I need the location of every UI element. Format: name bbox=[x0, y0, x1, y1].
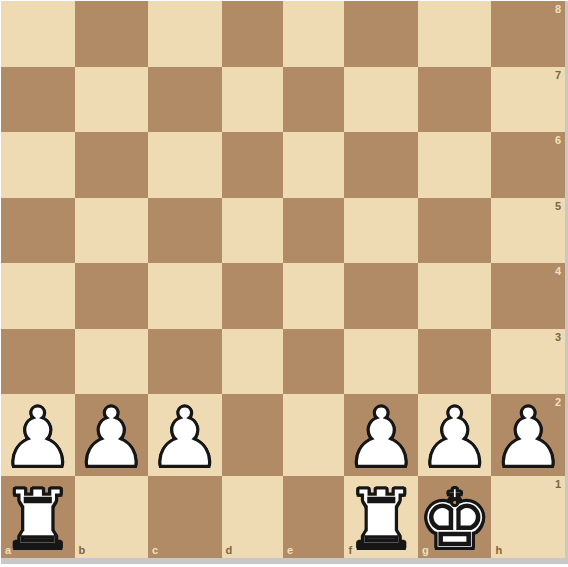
file-label-e: e bbox=[287, 545, 293, 556]
piece-white-king-g1[interactable]: ♚ bbox=[418, 479, 492, 561]
square-d2[interactable] bbox=[222, 394, 283, 476]
rank-label-7: 7 bbox=[555, 70, 561, 81]
file-label-h: h bbox=[495, 545, 502, 556]
square-a8[interactable] bbox=[1, 1, 75, 67]
square-f4[interactable] bbox=[344, 263, 418, 329]
square-g2[interactable]: ♟ bbox=[418, 394, 492, 476]
square-d4[interactable] bbox=[222, 263, 283, 329]
square-e7[interactable] bbox=[283, 67, 344, 133]
square-h7[interactable]: 7 bbox=[491, 67, 565, 133]
rank-label-5: 5 bbox=[555, 201, 561, 212]
square-b7[interactable] bbox=[75, 67, 149, 133]
square-e4[interactable] bbox=[283, 263, 344, 329]
square-g3[interactable] bbox=[418, 329, 492, 395]
square-f5[interactable] bbox=[344, 198, 418, 264]
piece-white-pawn-b2[interactable]: ♟ bbox=[75, 397, 149, 479]
board-container: 876543♟♟♟♟♟2♟a♜bcdef♜g♚1h bbox=[1, 1, 568, 564]
square-b8[interactable] bbox=[75, 1, 149, 67]
square-c8[interactable] bbox=[148, 1, 222, 67]
square-f1[interactable]: f♜ bbox=[344, 476, 418, 558]
rank-label-3: 3 bbox=[555, 332, 561, 343]
square-b3[interactable] bbox=[75, 329, 149, 395]
square-f2[interactable]: ♟ bbox=[344, 394, 418, 476]
file-label-b: b bbox=[79, 545, 86, 556]
square-a3[interactable] bbox=[1, 329, 75, 395]
rank-label-4: 4 bbox=[555, 266, 561, 277]
piece-white-pawn-a2[interactable]: ♟ bbox=[1, 397, 75, 479]
square-d6[interactable] bbox=[222, 132, 283, 198]
square-g5[interactable] bbox=[418, 198, 492, 264]
square-d3[interactable] bbox=[222, 329, 283, 395]
file-label-d: d bbox=[226, 545, 233, 556]
square-a5[interactable] bbox=[1, 198, 75, 264]
rank-label-8: 8 bbox=[555, 4, 561, 15]
piece-white-pawn-f2[interactable]: ♟ bbox=[344, 397, 418, 479]
piece-white-rook-a1[interactable]: ♜ bbox=[1, 479, 75, 561]
square-h2[interactable]: 2♟ bbox=[491, 394, 565, 476]
square-b2[interactable]: ♟ bbox=[75, 394, 149, 476]
square-d8[interactable] bbox=[222, 1, 283, 67]
square-f6[interactable] bbox=[344, 132, 418, 198]
chess-board: 876543♟♟♟♟♟2♟a♜bcdef♜g♚1h bbox=[1, 1, 568, 564]
square-h5[interactable]: 5 bbox=[491, 198, 565, 264]
square-g8[interactable] bbox=[418, 1, 492, 67]
square-g6[interactable] bbox=[418, 132, 492, 198]
file-label-c: c bbox=[152, 545, 158, 556]
piece-white-rook-f1[interactable]: ♜ bbox=[344, 479, 418, 561]
square-c7[interactable] bbox=[148, 67, 222, 133]
square-f8[interactable] bbox=[344, 1, 418, 67]
square-c6[interactable] bbox=[148, 132, 222, 198]
square-e6[interactable] bbox=[283, 132, 344, 198]
square-d1[interactable]: d bbox=[222, 476, 283, 558]
square-a4[interactable] bbox=[1, 263, 75, 329]
rank-label-6: 6 bbox=[555, 135, 561, 146]
square-b1[interactable]: b bbox=[75, 476, 149, 558]
square-f7[interactable] bbox=[344, 67, 418, 133]
square-d5[interactable] bbox=[222, 198, 283, 264]
square-e1[interactable]: e bbox=[283, 476, 344, 558]
square-a1[interactable]: a♜ bbox=[1, 476, 75, 558]
square-h1[interactable]: 1h bbox=[491, 476, 565, 558]
piece-white-pawn-c2[interactable]: ♟ bbox=[148, 397, 222, 479]
piece-white-pawn-g2[interactable]: ♟ bbox=[418, 397, 492, 479]
square-g7[interactable] bbox=[418, 67, 492, 133]
square-b5[interactable] bbox=[75, 198, 149, 264]
square-c1[interactable]: c bbox=[148, 476, 222, 558]
square-a2[interactable]: ♟ bbox=[1, 394, 75, 476]
square-e5[interactable] bbox=[283, 198, 344, 264]
square-e8[interactable] bbox=[283, 1, 344, 67]
square-a7[interactable] bbox=[1, 67, 75, 133]
square-h8[interactable]: 8 bbox=[491, 1, 565, 67]
square-a6[interactable] bbox=[1, 132, 75, 198]
square-c4[interactable] bbox=[148, 263, 222, 329]
piece-white-pawn-h2[interactable]: ♟ bbox=[491, 397, 565, 479]
square-h6[interactable]: 6 bbox=[491, 132, 565, 198]
square-g1[interactable]: g♚ bbox=[418, 476, 492, 558]
square-d7[interactable] bbox=[222, 67, 283, 133]
square-c5[interactable] bbox=[148, 198, 222, 264]
square-e2[interactable] bbox=[283, 394, 344, 476]
square-h4[interactable]: 4 bbox=[491, 263, 565, 329]
square-h3[interactable]: 3 bbox=[491, 329, 565, 395]
square-e3[interactable] bbox=[283, 329, 344, 395]
square-c3[interactable] bbox=[148, 329, 222, 395]
square-f3[interactable] bbox=[344, 329, 418, 395]
square-g4[interactable] bbox=[418, 263, 492, 329]
square-b6[interactable] bbox=[75, 132, 149, 198]
square-c2[interactable]: ♟ bbox=[148, 394, 222, 476]
square-b4[interactable] bbox=[75, 263, 149, 329]
